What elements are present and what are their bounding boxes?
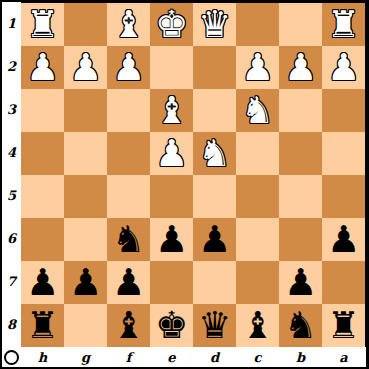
- square-h7[interactable]: ♟: [21, 261, 64, 304]
- piece-bP-e6[interactable]: ♟: [155, 218, 188, 261]
- square-f1[interactable]: ♝: [107, 3, 150, 46]
- piece-wP-a2[interactable]: ♟: [327, 46, 360, 89]
- square-g3[interactable]: [64, 89, 107, 132]
- piece-bP-h7[interactable]: ♟: [26, 261, 59, 304]
- bottom-strip: hgfedcba: [2, 347, 366, 367]
- chess-board-window: 12345678 ♜♝♚♛♜♟♟♟♟♟♟♝♞♟♞♞♟♟♟♟♟♟♟♜♝♚♛♝♞♜ …: [0, 0, 369, 369]
- square-d7[interactable]: [193, 261, 236, 304]
- white-to-move-indicator-icon: [4, 350, 19, 365]
- square-a6[interactable]: ♟: [322, 218, 365, 261]
- square-h8[interactable]: ♜: [21, 304, 64, 347]
- piece-bN-b8[interactable]: ♞: [284, 304, 317, 347]
- square-g1[interactable]: [64, 3, 107, 46]
- piece-wB-e3[interactable]: ♝: [155, 89, 188, 132]
- square-f6[interactable]: ♞: [107, 218, 150, 261]
- rank-label-4: 4: [2, 131, 21, 174]
- square-h5[interactable]: [21, 175, 64, 218]
- piece-wN-c3[interactable]: ♞: [241, 89, 274, 132]
- square-d6[interactable]: ♟: [193, 218, 236, 261]
- piece-bP-f7[interactable]: ♟: [112, 261, 145, 304]
- chess-board: ♜♝♚♛♜♟♟♟♟♟♟♝♞♟♞♞♟♟♟♟♟♟♟♜♝♚♛♝♞♜: [21, 3, 365, 347]
- piece-bR-h8[interactable]: ♜: [26, 304, 59, 347]
- square-b7[interactable]: ♟: [279, 261, 322, 304]
- square-e4[interactable]: ♟: [150, 132, 193, 175]
- square-a8[interactable]: ♜: [322, 304, 365, 347]
- square-d4[interactable]: ♞: [193, 132, 236, 175]
- square-d5[interactable]: [193, 175, 236, 218]
- square-a4[interactable]: [322, 132, 365, 175]
- square-h4[interactable]: [21, 132, 64, 175]
- rank-label-8: 8: [2, 303, 21, 346]
- rank-label-3: 3: [2, 88, 21, 131]
- rank-label-2: 2: [2, 45, 21, 88]
- piece-bB-c8[interactable]: ♝: [241, 304, 274, 347]
- square-c5[interactable]: [236, 175, 279, 218]
- square-a7[interactable]: [322, 261, 365, 304]
- square-g8[interactable]: [64, 304, 107, 347]
- square-f2[interactable]: ♟: [107, 46, 150, 89]
- rank-label-1: 1: [2, 2, 21, 45]
- square-c4[interactable]: [236, 132, 279, 175]
- square-g2[interactable]: ♟: [64, 46, 107, 89]
- piece-bK-e8[interactable]: ♚: [155, 304, 188, 347]
- piece-wP-g2[interactable]: ♟: [69, 46, 102, 89]
- side-to-move-cell: [2, 347, 21, 367]
- file-label-e: e: [150, 350, 193, 365]
- square-f7[interactable]: ♟: [107, 261, 150, 304]
- square-f8[interactable]: ♝: [107, 304, 150, 347]
- square-b5[interactable]: [279, 175, 322, 218]
- file-label-c: c: [236, 350, 279, 365]
- square-g5[interactable]: [64, 175, 107, 218]
- rank-label-7: 7: [2, 260, 21, 303]
- piece-wK-e1[interactable]: ♚: [155, 3, 188, 46]
- piece-bP-a6[interactable]: ♟: [327, 218, 360, 261]
- piece-wP-b2[interactable]: ♟: [284, 46, 317, 89]
- piece-wP-h2[interactable]: ♟: [26, 46, 59, 89]
- square-g4[interactable]: [64, 132, 107, 175]
- square-d2[interactable]: [193, 46, 236, 89]
- piece-wQ-d1[interactable]: ♛: [198, 3, 231, 46]
- square-d3[interactable]: [193, 89, 236, 132]
- square-c1[interactable]: [236, 3, 279, 46]
- piece-wP-e4[interactable]: ♟: [155, 132, 188, 175]
- square-a3[interactable]: [322, 89, 365, 132]
- square-b8[interactable]: ♞: [279, 304, 322, 347]
- square-e3[interactable]: ♝: [150, 89, 193, 132]
- square-e6[interactable]: ♟: [150, 218, 193, 261]
- piece-bP-d6[interactable]: ♟: [198, 218, 231, 261]
- piece-wP-f2[interactable]: ♟: [112, 46, 145, 89]
- file-label-h: h: [21, 350, 64, 365]
- piece-wN-d4[interactable]: ♞: [198, 132, 231, 175]
- file-label-b: b: [279, 350, 322, 365]
- square-d8[interactable]: ♛: [193, 304, 236, 347]
- square-c7[interactable]: [236, 261, 279, 304]
- square-f4[interactable]: [107, 132, 150, 175]
- piece-wB-f1[interactable]: ♝: [112, 3, 145, 46]
- square-b2[interactable]: ♟: [279, 46, 322, 89]
- square-g6[interactable]: [64, 218, 107, 261]
- square-c3[interactable]: ♞: [236, 89, 279, 132]
- piece-bB-f8[interactable]: ♝: [112, 304, 145, 347]
- square-b3[interactable]: [279, 89, 322, 132]
- square-e2[interactable]: [150, 46, 193, 89]
- square-b1[interactable]: [279, 3, 322, 46]
- square-e8[interactable]: ♚: [150, 304, 193, 347]
- rank-labels: 12345678: [2, 2, 21, 347]
- piece-bQ-d8[interactable]: ♛: [198, 304, 231, 347]
- piece-bP-g7[interactable]: ♟: [69, 261, 102, 304]
- square-f3[interactable]: [107, 89, 150, 132]
- square-f5[interactable]: [107, 175, 150, 218]
- square-b6[interactable]: [279, 218, 322, 261]
- piece-wR-h1[interactable]: ♜: [26, 3, 59, 46]
- piece-wP-c2[interactable]: ♟: [241, 46, 274, 89]
- square-d1[interactable]: ♛: [193, 3, 236, 46]
- square-a2[interactable]: ♟: [322, 46, 365, 89]
- piece-bN-f6[interactable]: ♞: [112, 218, 145, 261]
- square-h3[interactable]: [21, 89, 64, 132]
- piece-wR-a1[interactable]: ♜: [327, 3, 360, 46]
- file-label-f: f: [107, 350, 150, 365]
- square-h2[interactable]: ♟: [21, 46, 64, 89]
- file-label-d: d: [193, 350, 236, 365]
- rank-label-5: 5: [2, 174, 21, 217]
- square-g7[interactable]: ♟: [64, 261, 107, 304]
- file-label-a: a: [322, 350, 365, 365]
- square-e1[interactable]: ♚: [150, 3, 193, 46]
- square-e5[interactable]: [150, 175, 193, 218]
- square-b4[interactable]: [279, 132, 322, 175]
- rank-label-6: 6: [2, 217, 21, 260]
- square-c6[interactable]: [236, 218, 279, 261]
- square-a1[interactable]: ♜: [322, 3, 365, 46]
- square-c2[interactable]: ♟: [236, 46, 279, 89]
- square-c8[interactable]: ♝: [236, 304, 279, 347]
- square-a5[interactable]: [322, 175, 365, 218]
- piece-bP-b7[interactable]: ♟: [284, 261, 317, 304]
- square-e7[interactable]: [150, 261, 193, 304]
- file-label-g: g: [64, 350, 107, 365]
- file-labels: hgfedcba: [21, 350, 365, 365]
- square-h1[interactable]: ♜: [21, 3, 64, 46]
- square-h6[interactable]: [21, 218, 64, 261]
- piece-bR-a8[interactable]: ♜: [327, 304, 360, 347]
